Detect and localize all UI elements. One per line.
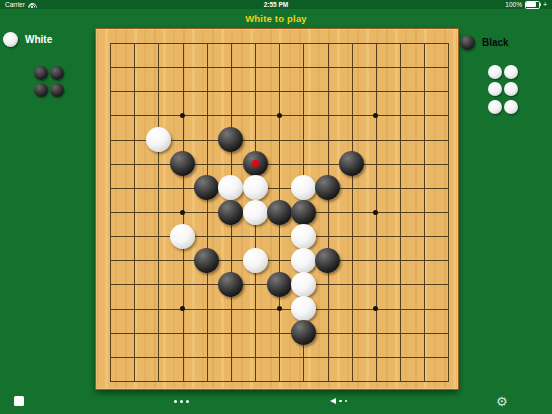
- black-stone: [291, 200, 316, 225]
- turn-indicator: White to play: [245, 13, 307, 24]
- bottom-toolbar: ⚙: [0, 390, 552, 414]
- white-stone: [291, 224, 316, 249]
- white-stone: [243, 248, 268, 273]
- white-stone: [243, 175, 268, 200]
- black-stone: [194, 248, 219, 273]
- black-stone: [218, 200, 243, 225]
- go-board[interactable]: [95, 28, 459, 390]
- white-stone: [291, 272, 316, 297]
- white-stone-icon: [3, 32, 18, 47]
- white-stone: [146, 127, 171, 152]
- white-stone: [291, 296, 316, 321]
- captured-black-stone: [50, 83, 64, 97]
- captured-white-stone: [504, 65, 518, 79]
- black-stone: [291, 320, 316, 345]
- star-point: [180, 113, 185, 118]
- star-point: [180, 210, 185, 215]
- status-bar: Carrier 2:55 PM 100% +: [0, 0, 552, 9]
- star-point: [277, 113, 282, 118]
- battery-icon: [525, 1, 540, 9]
- captured-black-stone: [34, 83, 48, 97]
- back-triangle-icon: [330, 398, 336, 404]
- more-options-button[interactable]: [174, 400, 189, 403]
- black-player-panel: Black: [460, 35, 509, 50]
- star-point: [373, 210, 378, 215]
- app-screen: Carrier 2:55 PM 100% + White to play Whi…: [0, 0, 552, 414]
- black-stone-icon: [460, 35, 475, 50]
- black-stone: [267, 200, 292, 225]
- black-stone: [315, 248, 340, 273]
- captured-white-stone: [488, 65, 502, 79]
- black-stone: [243, 151, 268, 176]
- black-stone: [267, 272, 292, 297]
- black-player-label: Black: [482, 37, 509, 48]
- white-player-panel: White: [3, 32, 52, 47]
- star-point: [277, 306, 282, 311]
- white-captures-tray: [34, 66, 64, 97]
- undo-back-button[interactable]: [330, 398, 347, 404]
- settings-gear-button[interactable]: ⚙: [496, 394, 508, 409]
- title-bar: White to play: [0, 9, 552, 28]
- white-player-label: White: [25, 34, 52, 45]
- captured-black-stone: [50, 66, 64, 80]
- captured-white-stone: [488, 100, 502, 114]
- last-move-marker: [252, 160, 259, 167]
- white-stone: [243, 200, 268, 225]
- stop-button[interactable]: [14, 396, 24, 406]
- captured-white-stone: [504, 82, 518, 96]
- captured-black-stone: [34, 66, 48, 80]
- clock: 2:55 PM: [0, 1, 552, 8]
- black-captures-tray: [488, 65, 518, 114]
- captured-white-stone: [488, 82, 502, 96]
- captured-white-stone: [504, 100, 518, 114]
- white-stone: [170, 224, 195, 249]
- white-stone: [291, 248, 316, 273]
